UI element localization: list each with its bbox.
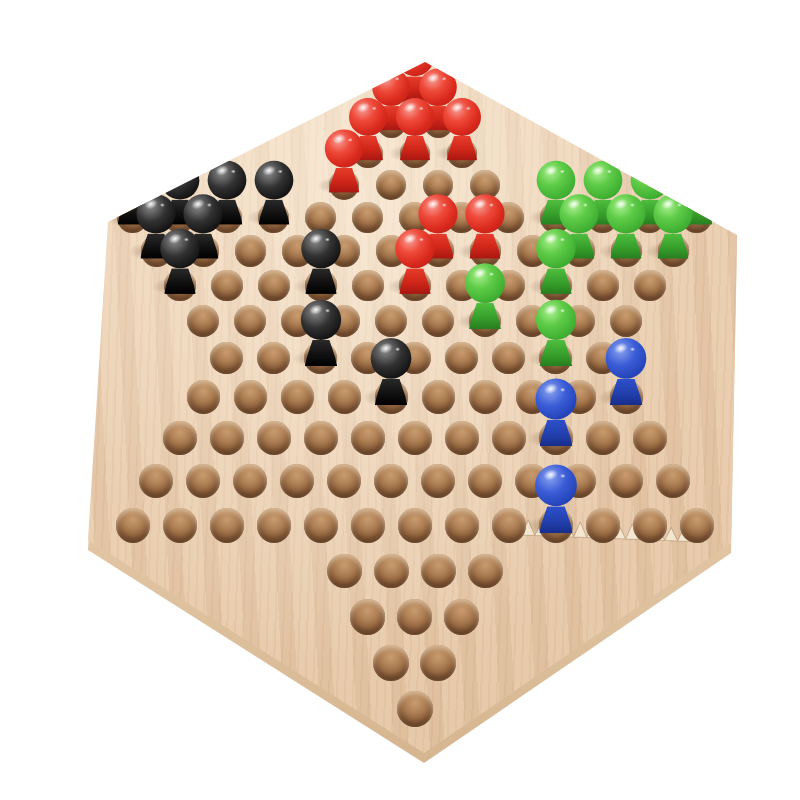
- peg-head: [583, 161, 622, 200]
- peg-head: [536, 161, 575, 200]
- hole[interactable]: [492, 342, 525, 375]
- hole[interactable]: [187, 305, 219, 337]
- hole[interactable]: [422, 305, 454, 337]
- hole[interactable]: [610, 305, 642, 337]
- product-photo-scene: [0, 0, 800, 800]
- peg-head: [630, 161, 669, 200]
- hole[interactable]: [327, 554, 362, 589]
- hole[interactable]: [374, 554, 409, 589]
- peg-head: [443, 98, 481, 136]
- peg-base: [329, 168, 360, 193]
- hole[interactable]: [610, 380, 643, 413]
- peg-head: [349, 98, 387, 136]
- peg-base: [470, 233, 501, 258]
- hole[interactable]: [400, 139, 430, 169]
- holes-grid: [121, 78, 709, 732]
- peg-base: [469, 303, 501, 329]
- hole[interactable]: [373, 645, 409, 681]
- hole[interactable]: [399, 270, 431, 302]
- hole[interactable]: [235, 235, 266, 266]
- hole[interactable]: [350, 599, 385, 634]
- hole[interactable]: [304, 421, 338, 455]
- hole[interactable]: [210, 508, 244, 542]
- hole[interactable]: [586, 508, 620, 542]
- hole[interactable]: [633, 421, 667, 455]
- hole[interactable]: [397, 599, 432, 634]
- hole[interactable]: [470, 235, 501, 266]
- hole[interactable]: [445, 508, 479, 542]
- peg-base: [447, 136, 477, 161]
- hole[interactable]: [116, 508, 150, 542]
- peg-base: [540, 268, 572, 294]
- peg-head: [160, 161, 199, 200]
- peg-base: [164, 268, 196, 294]
- hole[interactable]: [656, 464, 690, 498]
- hole[interactable]: [611, 235, 642, 266]
- peg-base: [539, 507, 572, 534]
- hole[interactable]: [421, 464, 455, 498]
- peg-head: [371, 338, 412, 379]
- hole[interactable]: [468, 464, 502, 498]
- peg-base: [375, 379, 408, 405]
- peg-head: [607, 194, 646, 233]
- peg-head: [654, 194, 693, 233]
- hole[interactable]: [375, 380, 408, 413]
- hole[interactable]: [164, 270, 196, 302]
- peg-head: [419, 194, 458, 233]
- hole[interactable]: [444, 599, 479, 634]
- peg-base: [658, 233, 689, 258]
- hole[interactable]: [609, 464, 643, 498]
- hole[interactable]: [351, 421, 385, 455]
- hole[interactable]: [633, 508, 667, 542]
- hole[interactable]: [351, 508, 385, 542]
- peg-head: [465, 263, 505, 303]
- peg-head: [606, 338, 647, 379]
- peg-base: [540, 340, 572, 366]
- hole[interactable]: [539, 421, 573, 455]
- hole[interactable]: [210, 421, 244, 455]
- peg-base: [305, 340, 337, 366]
- peg-head: [536, 228, 575, 267]
- hole[interactable]: [492, 421, 526, 455]
- hole[interactable]: [234, 380, 267, 413]
- hole[interactable]: [281, 380, 314, 413]
- hole[interactable]: [586, 421, 620, 455]
- hole[interactable]: [139, 464, 173, 498]
- hole[interactable]: [376, 170, 406, 200]
- hole[interactable]: [398, 508, 432, 542]
- hole[interactable]: [187, 380, 220, 413]
- hole[interactable]: [468, 554, 503, 589]
- hole[interactable]: [352, 270, 384, 302]
- hole[interactable]: [257, 508, 291, 542]
- hole[interactable]: [210, 342, 243, 375]
- hole[interactable]: [305, 270, 337, 302]
- hole[interactable]: [352, 202, 383, 233]
- chinese-checkers-board: [0, 0, 800, 800]
- hole[interactable]: [280, 464, 314, 498]
- peg-head: [560, 194, 599, 233]
- peg-head: [301, 228, 340, 267]
- peg-base: [258, 200, 289, 225]
- hole[interactable]: [447, 139, 477, 169]
- hole[interactable]: [540, 270, 572, 302]
- hole[interactable]: [422, 380, 455, 413]
- hole[interactable]: [445, 342, 478, 375]
- hole[interactable]: [304, 508, 338, 542]
- hole[interactable]: [233, 464, 267, 498]
- hole[interactable]: [375, 305, 407, 337]
- hole[interactable]: [257, 342, 290, 375]
- hole[interactable]: [257, 421, 291, 455]
- peg-head: [325, 129, 363, 167]
- hole[interactable]: [492, 508, 526, 542]
- peg-head: [254, 161, 293, 200]
- hole[interactable]: [328, 380, 361, 413]
- peg-base: [539, 420, 572, 447]
- hole[interactable]: [327, 464, 361, 498]
- hole[interactable]: [398, 421, 432, 455]
- peg-head: [301, 300, 341, 340]
- hole[interactable]: [258, 270, 290, 302]
- peg-base: [611, 233, 642, 258]
- hole[interactable]: [421, 554, 456, 589]
- hole[interactable]: [539, 342, 572, 375]
- hole[interactable]: [420, 645, 456, 681]
- peg-base: [610, 379, 643, 405]
- hole[interactable]: [587, 270, 619, 302]
- peg-base: [399, 268, 431, 294]
- hole[interactable]: [680, 508, 714, 542]
- peg-head: [536, 300, 576, 340]
- peg-head: [677, 161, 716, 200]
- hole[interactable]: [163, 508, 197, 542]
- hole[interactable]: [163, 421, 197, 455]
- peg-head: [207, 161, 246, 200]
- peg-base: [305, 268, 337, 294]
- hole[interactable]: [329, 170, 359, 200]
- hole[interactable]: [211, 270, 243, 302]
- peg-head: [396, 98, 434, 136]
- peg-head: [137, 194, 176, 233]
- hole[interactable]: [186, 464, 220, 498]
- hole[interactable]: [234, 305, 266, 337]
- peg-head: [113, 161, 152, 200]
- hole[interactable]: [634, 270, 666, 302]
- hole[interactable]: [397, 691, 433, 727]
- peg-head: [160, 228, 199, 267]
- peg-head: [535, 379, 576, 420]
- peg-head: [184, 194, 223, 233]
- hole[interactable]: [258, 202, 289, 233]
- peg-head: [535, 465, 577, 507]
- hole[interactable]: [445, 421, 479, 455]
- hole[interactable]: [304, 342, 337, 375]
- peg-head: [395, 228, 434, 267]
- hole[interactable]: [469, 305, 501, 337]
- hole[interactable]: [469, 380, 502, 413]
- hole[interactable]: [374, 464, 408, 498]
- hole[interactable]: [658, 235, 689, 266]
- peg-head: [466, 194, 505, 233]
- peg-base: [400, 136, 430, 161]
- hole[interactable]: [539, 508, 573, 542]
